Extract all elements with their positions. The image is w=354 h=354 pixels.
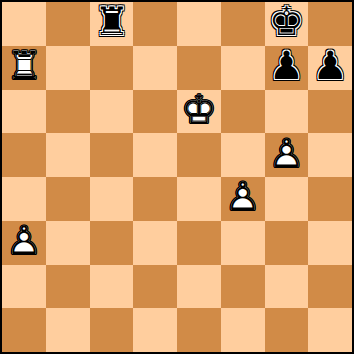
square-f7[interactable] xyxy=(221,46,265,90)
square-b6[interactable] xyxy=(46,90,90,134)
square-d5[interactable] xyxy=(133,133,177,177)
square-h5[interactable] xyxy=(308,133,352,177)
square-b4[interactable] xyxy=(46,177,90,221)
square-f4[interactable]: ♟♙ xyxy=(221,177,265,221)
square-h8[interactable] xyxy=(308,2,352,46)
square-g6[interactable] xyxy=(265,90,309,134)
square-g1[interactable] xyxy=(265,308,309,352)
square-h4[interactable] xyxy=(308,177,352,221)
square-b5[interactable] xyxy=(46,133,90,177)
square-g3[interactable] xyxy=(265,221,309,265)
square-b8[interactable] xyxy=(46,2,90,46)
square-d2[interactable] xyxy=(133,265,177,309)
square-a1[interactable] xyxy=(2,308,46,352)
square-e4[interactable] xyxy=(177,177,221,221)
chess-board: ♜♜♚♚♜♖♟♟♟♟♚♔♟♙♟♙♟♙ xyxy=(2,2,352,352)
square-c6[interactable] xyxy=(90,90,134,134)
square-a7[interactable]: ♜♖ xyxy=(2,46,46,90)
square-e7[interactable] xyxy=(177,46,221,90)
square-g8[interactable]: ♚♚ xyxy=(265,2,309,46)
square-g4[interactable] xyxy=(265,177,309,221)
square-d3[interactable] xyxy=(133,221,177,265)
square-a8[interactable] xyxy=(2,2,46,46)
square-c4[interactable] xyxy=(90,177,134,221)
square-b2[interactable] xyxy=(46,265,90,309)
square-a5[interactable] xyxy=(2,133,46,177)
square-a6[interactable] xyxy=(2,90,46,134)
square-c1[interactable] xyxy=(90,308,134,352)
piece-black-king-g8[interactable]: ♚♚ xyxy=(265,2,309,46)
square-d6[interactable] xyxy=(133,90,177,134)
piece-white-king-e6[interactable]: ♚♔ xyxy=(177,90,221,134)
square-c7[interactable] xyxy=(90,46,134,90)
square-e8[interactable] xyxy=(177,2,221,46)
piece-black-rook-c8[interactable]: ♜♜ xyxy=(90,2,134,46)
square-f3[interactable] xyxy=(221,221,265,265)
square-h6[interactable] xyxy=(308,90,352,134)
piece-black-pawn-g7[interactable]: ♟♟ xyxy=(265,46,309,90)
square-f8[interactable] xyxy=(221,2,265,46)
square-g7[interactable]: ♟♟ xyxy=(265,46,309,90)
square-b7[interactable] xyxy=(46,46,90,90)
square-f1[interactable] xyxy=(221,308,265,352)
square-a2[interactable] xyxy=(2,265,46,309)
square-e1[interactable] xyxy=(177,308,221,352)
square-c8[interactable]: ♜♜ xyxy=(90,2,134,46)
square-b3[interactable] xyxy=(46,221,90,265)
square-h2[interactable] xyxy=(308,265,352,309)
square-e6[interactable]: ♚♔ xyxy=(177,90,221,134)
square-d4[interactable] xyxy=(133,177,177,221)
piece-white-pawn-g5[interactable]: ♟♙ xyxy=(265,133,309,177)
square-e5[interactable] xyxy=(177,133,221,177)
piece-white-rook-a7[interactable]: ♜♖ xyxy=(2,46,46,90)
square-a4[interactable] xyxy=(2,177,46,221)
square-h1[interactable] xyxy=(308,308,352,352)
square-f2[interactable] xyxy=(221,265,265,309)
square-g2[interactable] xyxy=(265,265,309,309)
square-c5[interactable] xyxy=(90,133,134,177)
square-h7[interactable]: ♟♟ xyxy=(308,46,352,90)
chess-board-frame: ♜♜♚♚♜♖♟♟♟♟♚♔♟♙♟♙♟♙ xyxy=(0,0,354,354)
square-c2[interactable] xyxy=(90,265,134,309)
square-g5[interactable]: ♟♙ xyxy=(265,133,309,177)
square-e3[interactable] xyxy=(177,221,221,265)
piece-black-pawn-h7[interactable]: ♟♟ xyxy=(308,46,352,90)
square-h3[interactable] xyxy=(308,221,352,265)
square-e2[interactable] xyxy=(177,265,221,309)
square-d8[interactable] xyxy=(133,2,177,46)
square-f6[interactable] xyxy=(221,90,265,134)
square-d1[interactable] xyxy=(133,308,177,352)
square-b1[interactable] xyxy=(46,308,90,352)
square-a3[interactable]: ♟♙ xyxy=(2,221,46,265)
piece-white-pawn-f4[interactable]: ♟♙ xyxy=(221,177,265,221)
square-c3[interactable] xyxy=(90,221,134,265)
square-d7[interactable] xyxy=(133,46,177,90)
piece-white-pawn-a3[interactable]: ♟♙ xyxy=(2,221,46,265)
square-f5[interactable] xyxy=(221,133,265,177)
